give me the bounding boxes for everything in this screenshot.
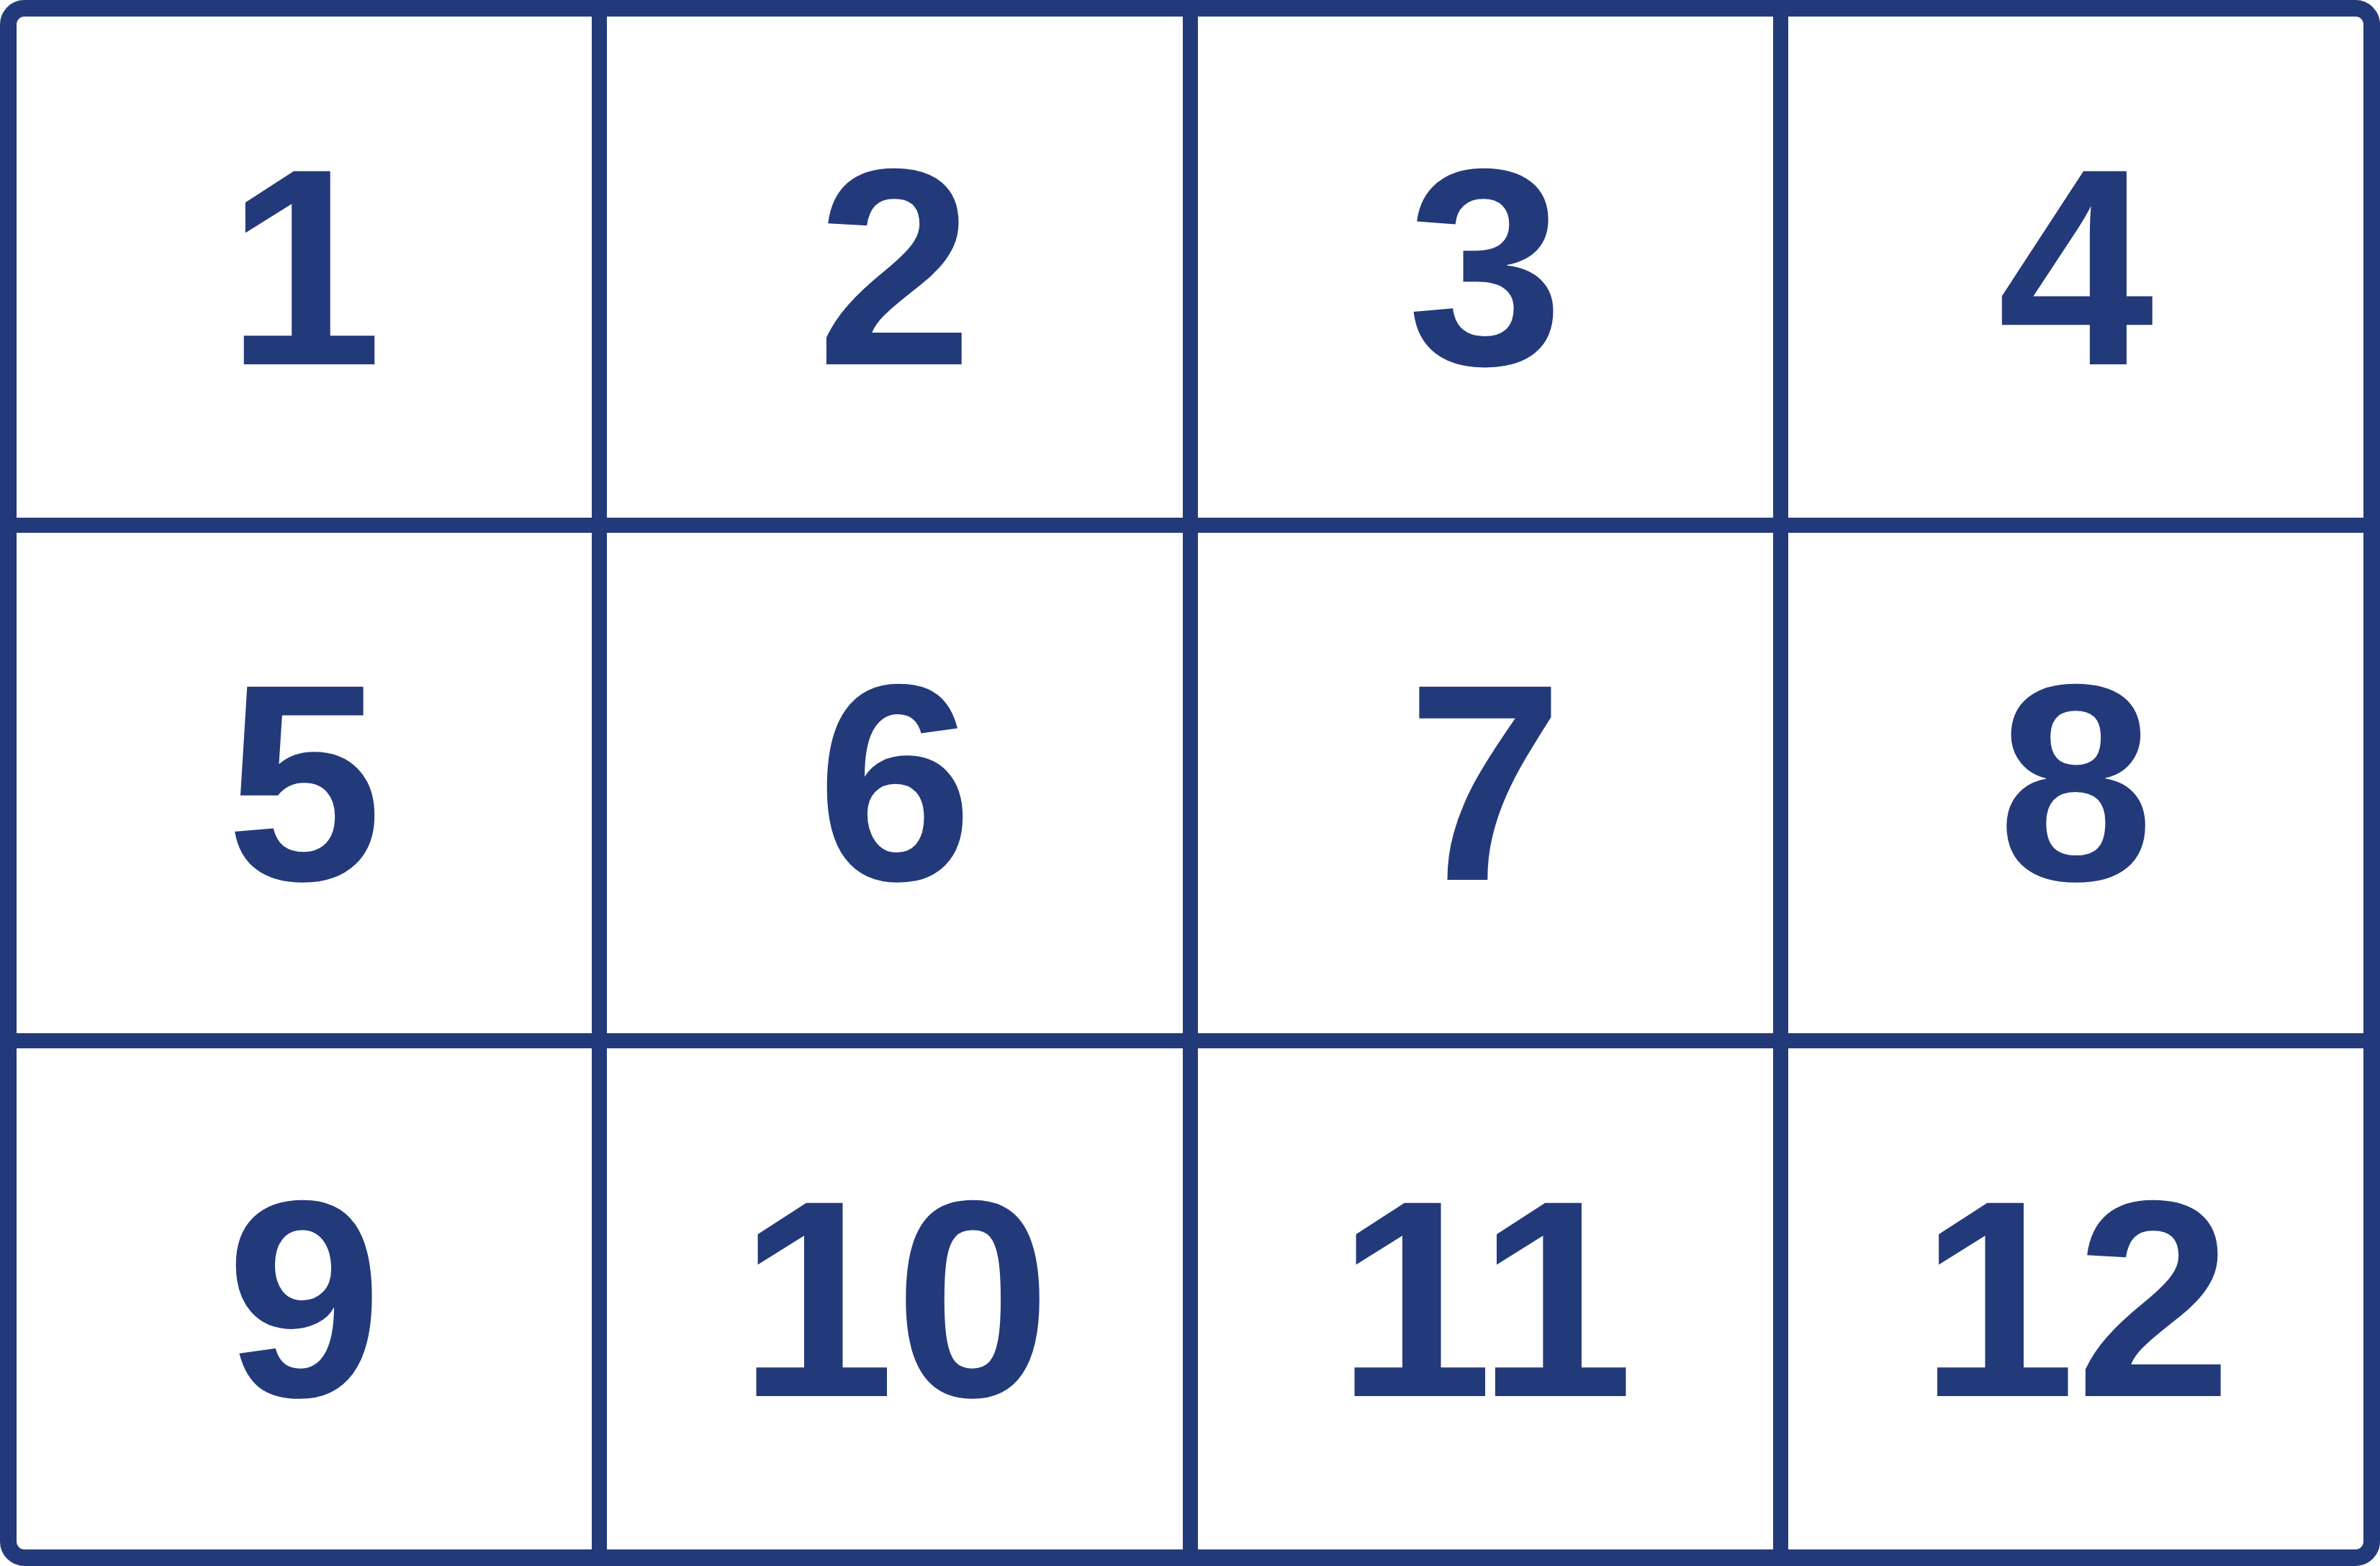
grid-cell-12: 12 bbox=[1788, 1048, 2363, 1549]
grid-cell-2: 2 bbox=[607, 17, 1182, 518]
grid-cell-8: 8 bbox=[1788, 533, 2363, 1034]
grid-cell-11: 11 bbox=[1198, 1048, 1773, 1549]
grid-cell-7: 7 bbox=[1198, 533, 1773, 1034]
grid-cell-3: 3 bbox=[1198, 17, 1773, 518]
grid-cell-1: 1 bbox=[17, 17, 592, 518]
grid-cell-5: 5 bbox=[17, 533, 592, 1034]
grid-cell-9: 9 bbox=[17, 1048, 592, 1549]
grid-cell-10: 10 bbox=[607, 1048, 1182, 1549]
grid-cell-4: 4 bbox=[1788, 17, 2363, 518]
number-grid-board: 1 2 3 4 5 6 7 8 9 10 11 12 bbox=[0, 0, 2380, 1566]
grid-cell-6: 6 bbox=[607, 533, 1182, 1034]
